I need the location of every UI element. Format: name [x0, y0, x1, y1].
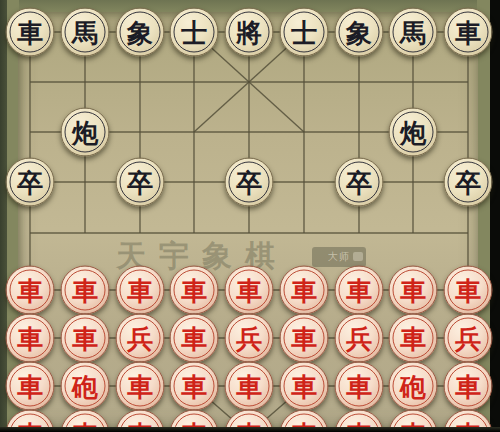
- piece-glyph: 車: [127, 373, 153, 399]
- piece-glyph: 車: [17, 19, 43, 45]
- piece-glyph: 車: [400, 325, 426, 351]
- piece-red-chariot[interactable]: 車: [170, 314, 219, 363]
- piece-glyph: 車: [346, 373, 372, 399]
- piece-red-chariot[interactable]: 車: [170, 266, 219, 315]
- piece-glyph: 車: [346, 277, 372, 303]
- piece-red-soldier[interactable]: 兵: [225, 314, 274, 363]
- piece-black-advisor[interactable]: 士: [280, 8, 329, 57]
- piece-red-soldier[interactable]: 兵: [116, 314, 165, 363]
- piece-glyph: 兵: [455, 325, 481, 351]
- piece-black-elephant[interactable]: 象: [335, 8, 384, 57]
- piece-red-chariot[interactable]: 車: [444, 362, 493, 411]
- piece-glyph: 兵: [127, 325, 153, 351]
- piece-red-soldier[interactable]: 兵: [335, 314, 384, 363]
- piece-glyph: 車: [72, 277, 98, 303]
- piece-glyph: 卒: [346, 169, 372, 195]
- piece-red-chariot[interactable]: 車: [170, 362, 219, 411]
- piece-glyph: 士: [181, 19, 207, 45]
- piece-black-general[interactable]: 將: [225, 8, 274, 57]
- piece-glyph: 將: [236, 19, 262, 45]
- piece-red-soldier[interactable]: 兵: [444, 314, 493, 363]
- piece-glyph: 車: [291, 325, 317, 351]
- piece-red-chariot[interactable]: 車: [280, 362, 329, 411]
- piece-glyph: 炮: [72, 119, 98, 145]
- piece-glyph: 卒: [236, 169, 262, 195]
- piece-glyph: 象: [127, 19, 153, 45]
- piece-black-chariot[interactable]: 車: [6, 8, 55, 57]
- piece-glyph: 卒: [455, 169, 481, 195]
- piece-glyph: 車: [400, 277, 426, 303]
- piece-glyph: 馬: [72, 19, 98, 45]
- piece-red-chariot[interactable]: 車: [6, 266, 55, 315]
- piece-glyph: 車: [455, 19, 481, 45]
- piece-glyph: 車: [455, 373, 481, 399]
- piece-black-advisor[interactable]: 士: [170, 8, 219, 57]
- piece-red-chariot[interactable]: 車: [444, 266, 493, 315]
- piece-red-chariot[interactable]: 車: [389, 314, 438, 363]
- piece-red-chariot[interactable]: 車: [335, 266, 384, 315]
- piece-black-cannon[interactable]: 炮: [389, 108, 438, 157]
- piece-glyph: 砲: [72, 373, 98, 399]
- piece-black-soldier[interactable]: 卒: [444, 158, 493, 207]
- piece-black-soldier[interactable]: 卒: [6, 158, 55, 207]
- piece-red-chariot[interactable]: 車: [335, 362, 384, 411]
- piece-black-soldier[interactable]: 卒: [335, 158, 384, 207]
- piece-glyph: 車: [455, 277, 481, 303]
- piece-black-horse[interactable]: 馬: [61, 8, 110, 57]
- piece-glyph: 車: [291, 373, 317, 399]
- piece-red-chariot[interactable]: 車: [280, 266, 329, 315]
- xiangqi-board-screen: 天宇象棋 大师 車馬象士將士象馬車炮炮卒卒卒卒卒車車車車車車車車車車車兵車兵車兵…: [0, 0, 500, 432]
- piece-red-chariot[interactable]: 車: [225, 362, 274, 411]
- piece-red-chariot[interactable]: 車: [61, 266, 110, 315]
- piece-glyph: 馬: [400, 19, 426, 45]
- piece-glyph: 車: [181, 325, 207, 351]
- piece-glyph: 士: [291, 19, 317, 45]
- piece-red-chariot[interactable]: 車: [225, 266, 274, 315]
- piece-glyph: 車: [181, 277, 207, 303]
- piece-red-chariot[interactable]: 車: [6, 362, 55, 411]
- piece-glyph: 卒: [127, 169, 153, 195]
- watermark-badge: 大师: [312, 247, 366, 267]
- piece-black-soldier[interactable]: 卒: [116, 158, 165, 207]
- piece-black-soldier[interactable]: 卒: [225, 158, 274, 207]
- piece-glyph: 炮: [400, 119, 426, 145]
- piece-black-horse[interactable]: 馬: [389, 8, 438, 57]
- piece-glyph: 車: [17, 325, 43, 351]
- piece-black-elephant[interactable]: 象: [116, 8, 165, 57]
- piece-glyph: 兵: [346, 325, 372, 351]
- piece-red-chariot[interactable]: 車: [61, 314, 110, 363]
- piece-red-chariot[interactable]: 車: [280, 314, 329, 363]
- piece-glyph: 車: [127, 277, 153, 303]
- piece-glyph: 車: [181, 373, 207, 399]
- piece-black-cannon[interactable]: 炮: [61, 108, 110, 157]
- piece-glyph: 車: [236, 277, 262, 303]
- piece-red-chariot[interactable]: 車: [116, 362, 165, 411]
- piece-glyph: 車: [72, 325, 98, 351]
- piece-glyph: 兵: [236, 325, 262, 351]
- piece-black-chariot[interactable]: 車: [444, 8, 493, 57]
- piece-red-cannon[interactable]: 砲: [61, 362, 110, 411]
- frame-bottom-bar: [0, 427, 500, 432]
- piece-glyph: 砲: [400, 373, 426, 399]
- piece-glyph: 車: [236, 373, 262, 399]
- piece-glyph: 卒: [17, 169, 43, 195]
- piece-red-cannon[interactable]: 砲: [389, 362, 438, 411]
- piece-red-chariot[interactable]: 車: [389, 266, 438, 315]
- piece-glyph: 車: [17, 373, 43, 399]
- piece-glyph: 車: [17, 277, 43, 303]
- piece-red-chariot[interactable]: 車: [116, 266, 165, 315]
- piece-glyph: 車: [291, 277, 317, 303]
- piece-glyph: 象: [346, 19, 372, 45]
- piece-red-chariot[interactable]: 車: [6, 314, 55, 363]
